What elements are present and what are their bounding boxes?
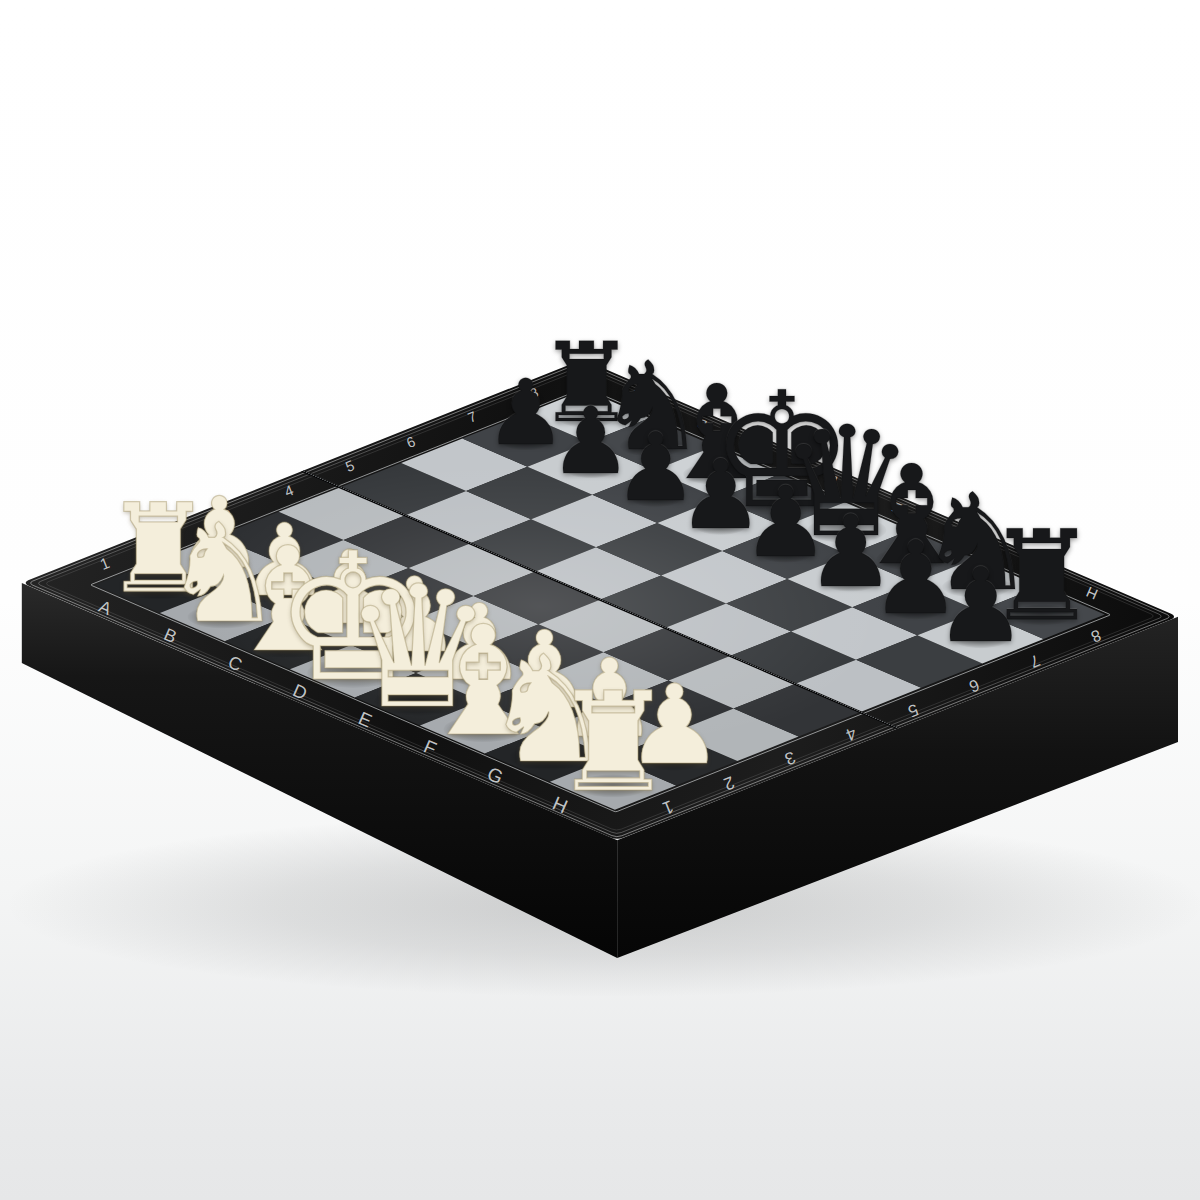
piece-white-rook-h1[interactable]: ♜ (552, 674, 675, 811)
chessboard-photo-scene: AA11BB22CC33DD44EE55FF66GG77HH88 ♜♞♝♚♛♝♞… (0, 0, 1200, 1200)
piece-black-pawn-h7[interactable]: ♟ (935, 555, 1027, 658)
